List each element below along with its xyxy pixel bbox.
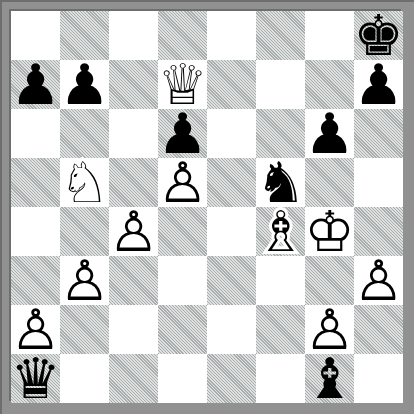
chess-board: ♚♟♟♕♕♟♟♟♘♘♙♙♞♙♙♗♗♔♔♙♙♙♙♙♙♙♙♛♝ [11, 11, 403, 403]
square-e7[interactable] [207, 60, 256, 109]
square-a1[interactable]: ♛ [11, 354, 60, 403]
square-h3[interactable]: ♙♙ [354, 256, 403, 305]
white-pawn-outline: ♙ [60, 256, 109, 305]
square-h7[interactable]: ♟ [354, 60, 403, 109]
white-pawn-outline: ♙ [354, 256, 403, 305]
square-f2[interactable] [256, 305, 305, 354]
black-pawn-glyph: ♟ [305, 109, 354, 158]
square-b2[interactable] [60, 305, 109, 354]
square-e3[interactable] [207, 256, 256, 305]
square-h5[interactable] [354, 158, 403, 207]
white-bishop[interactable]: ♗♗ [256, 207, 305, 256]
square-c6[interactable] [109, 109, 158, 158]
square-d4[interactable] [158, 207, 207, 256]
square-b1[interactable] [60, 354, 109, 403]
square-g1[interactable]: ♝ [305, 354, 354, 403]
black-pawn-glyph: ♟ [354, 60, 403, 109]
square-b3[interactable]: ♙♙ [60, 256, 109, 305]
square-g4[interactable]: ♔♔ [305, 207, 354, 256]
square-c1[interactable] [109, 354, 158, 403]
white-pawn[interactable]: ♙♙ [60, 256, 109, 305]
square-d3[interactable] [158, 256, 207, 305]
square-e1[interactable] [207, 354, 256, 403]
chess-board-frame: ♚♟♟♕♕♟♟♟♘♘♙♙♞♙♙♗♗♔♔♙♙♙♙♙♙♙♙♛♝ [0, 0, 414, 414]
black-pawn[interactable]: ♟ [354, 60, 403, 109]
square-c8[interactable] [109, 11, 158, 60]
square-c3[interactable] [109, 256, 158, 305]
white-knight-outline: ♘ [60, 158, 109, 207]
square-a4[interactable] [11, 207, 60, 256]
square-g8[interactable] [305, 11, 354, 60]
square-g6[interactable]: ♟ [305, 109, 354, 158]
square-e6[interactable] [207, 109, 256, 158]
white-king[interactable]: ♔♔ [305, 207, 354, 256]
black-pawn[interactable]: ♟ [305, 109, 354, 158]
square-e4[interactable] [207, 207, 256, 256]
square-a5[interactable] [11, 158, 60, 207]
square-b5[interactable]: ♘♘ [60, 158, 109, 207]
square-e5[interactable] [207, 158, 256, 207]
square-h2[interactable] [354, 305, 403, 354]
black-pawn[interactable]: ♟ [60, 60, 109, 109]
black-bishop[interactable]: ♝ [305, 354, 354, 403]
white-knight[interactable]: ♘♘ [60, 158, 109, 207]
black-queen[interactable]: ♛ [11, 354, 60, 403]
white-pawn[interactable]: ♙♙ [158, 158, 207, 207]
square-f1[interactable] [256, 354, 305, 403]
square-d1[interactable] [158, 354, 207, 403]
white-bishop-outline: ♗ [256, 207, 305, 256]
square-f8[interactable] [256, 11, 305, 60]
white-pawn-outline: ♙ [109, 207, 158, 256]
square-f3[interactable] [256, 256, 305, 305]
square-a7[interactable]: ♟ [11, 60, 60, 109]
black-pawn-glyph: ♟ [11, 60, 60, 109]
black-pawn[interactable]: ♟ [11, 60, 60, 109]
black-pawn-glyph: ♟ [60, 60, 109, 109]
square-h6[interactable] [354, 109, 403, 158]
square-d2[interactable] [158, 305, 207, 354]
square-e8[interactable] [207, 11, 256, 60]
square-h1[interactable] [354, 354, 403, 403]
white-king-outline: ♔ [305, 207, 354, 256]
white-pawn[interactable]: ♙♙ [109, 207, 158, 256]
square-c4[interactable]: ♙♙ [109, 207, 158, 256]
white-pawn-outline: ♙ [158, 158, 207, 207]
black-queen-glyph: ♛ [11, 354, 60, 403]
square-c2[interactable] [109, 305, 158, 354]
black-bishop-glyph: ♝ [305, 354, 354, 403]
white-pawn[interactable]: ♙♙ [354, 256, 403, 305]
square-d5[interactable]: ♙♙ [158, 158, 207, 207]
square-f7[interactable] [256, 60, 305, 109]
square-e2[interactable] [207, 305, 256, 354]
square-c7[interactable] [109, 60, 158, 109]
square-b7[interactable]: ♟ [60, 60, 109, 109]
square-f4[interactable]: ♗♗ [256, 207, 305, 256]
square-a6[interactable] [11, 109, 60, 158]
